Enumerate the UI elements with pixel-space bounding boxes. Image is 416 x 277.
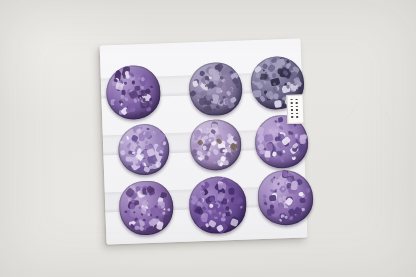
tag-micro-text [291,99,294,120]
amethyst-stone-r3c1 [118,180,174,236]
amethyst-stone-r3c2 [188,175,247,234]
surface-scratch [371,90,402,138]
tag-micro-text [296,99,299,120]
amethyst-stone-r1c1 [105,64,161,120]
amethyst-stone-r2c1 [117,123,170,176]
amethyst-stone-r3c3 [257,169,314,226]
stone-grid [100,39,308,245]
specimen-card [100,39,308,245]
amethyst-stone-r1c2 [188,61,243,116]
amethyst-stone-r2c2 [189,118,242,171]
surface-scratch [333,86,372,135]
specimen-tag [286,94,304,124]
photo-amethyst-specimen-card [0,0,416,277]
